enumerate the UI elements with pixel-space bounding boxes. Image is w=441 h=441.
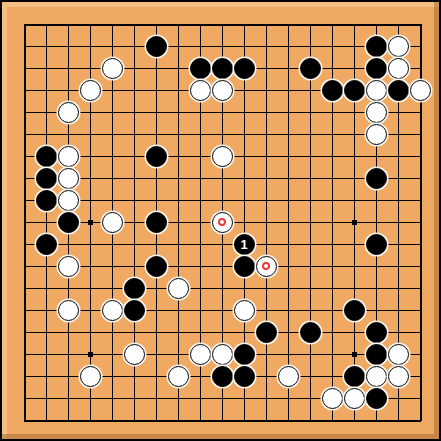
stone-black[interactable] [366, 36, 387, 57]
stone-black[interactable] [36, 190, 57, 211]
board-play-area[interactable]: 1 [13, 13, 431, 431]
stone-white[interactable] [80, 80, 101, 101]
stone-white[interactable] [366, 366, 387, 387]
stone-black[interactable] [146, 212, 167, 233]
stone-black[interactable] [146, 256, 167, 277]
stone-white[interactable] [212, 344, 233, 365]
stone-white[interactable] [366, 102, 387, 123]
stone-white[interactable] [58, 146, 79, 167]
stone-black[interactable] [366, 322, 387, 343]
stone-white[interactable] [190, 80, 211, 101]
stone-black[interactable] [366, 388, 387, 409]
stone-layer: 1 [13, 13, 431, 431]
stone-white[interactable] [58, 300, 79, 321]
stone-white[interactable] [388, 58, 409, 79]
stone-white[interactable] [212, 80, 233, 101]
stone-black[interactable] [300, 58, 321, 79]
stone-white[interactable] [410, 80, 431, 101]
stone-black[interactable] [366, 58, 387, 79]
stone-black[interactable] [344, 300, 365, 321]
stone-white[interactable] [366, 80, 387, 101]
stone-black[interactable]: 1 [234, 234, 255, 255]
stone-black[interactable] [300, 322, 321, 343]
stone-black[interactable] [190, 58, 211, 79]
stone-black[interactable] [36, 168, 57, 189]
stone-white[interactable] [322, 388, 343, 409]
stone-white[interactable] [168, 278, 189, 299]
stone-white[interactable] [168, 366, 189, 387]
stone-black[interactable] [146, 146, 167, 167]
stone-black[interactable] [344, 80, 365, 101]
stone-black[interactable] [234, 344, 255, 365]
stone-white[interactable] [344, 388, 365, 409]
stone-white[interactable] [256, 256, 277, 277]
stone-black[interactable] [366, 168, 387, 189]
stone-white[interactable] [58, 190, 79, 211]
stone-black[interactable] [234, 58, 255, 79]
stone-white[interactable] [124, 344, 145, 365]
stone-black[interactable] [36, 146, 57, 167]
stone-white[interactable] [388, 344, 409, 365]
stone-white[interactable] [58, 102, 79, 123]
stone-black[interactable] [388, 80, 409, 101]
stone-black[interactable] [212, 366, 233, 387]
move-number-label: 1 [240, 238, 247, 251]
stone-black[interactable] [366, 234, 387, 255]
stone-black[interactable] [344, 366, 365, 387]
circle-marker [218, 218, 226, 226]
stone-black[interactable] [58, 212, 79, 233]
stone-white[interactable] [278, 366, 299, 387]
go-board: 1 [0, 0, 441, 441]
stone-black[interactable] [366, 344, 387, 365]
stone-white[interactable] [58, 256, 79, 277]
stone-black[interactable] [36, 234, 57, 255]
stone-black[interactable] [256, 322, 277, 343]
stone-black[interactable] [322, 80, 343, 101]
stone-white[interactable] [388, 36, 409, 57]
stone-black[interactable] [124, 300, 145, 321]
stone-white[interactable] [58, 168, 79, 189]
stone-white[interactable] [366, 124, 387, 145]
stone-black[interactable] [234, 366, 255, 387]
stone-white[interactable] [190, 344, 211, 365]
stone-black[interactable] [234, 256, 255, 277]
stone-white[interactable] [102, 300, 123, 321]
circle-marker [262, 262, 270, 270]
stone-white[interactable] [212, 146, 233, 167]
stone-white[interactable] [102, 212, 123, 233]
stone-black[interactable] [212, 58, 233, 79]
stone-white[interactable] [80, 366, 101, 387]
stone-white[interactable] [102, 58, 123, 79]
stone-black[interactable] [124, 278, 145, 299]
stone-white[interactable] [212, 212, 233, 233]
stone-black[interactable] [146, 36, 167, 57]
stone-white[interactable] [234, 300, 255, 321]
stone-white[interactable] [388, 366, 409, 387]
